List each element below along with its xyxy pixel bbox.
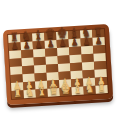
square-a1[interactable]: ♜: [12, 90, 24, 99]
board-frame: ♜♞♝♛♚♝♞♜♟♟♟♟♟♟♟♟♟♟♟♟♟♟♟♟♜♞♝♛♚♝♞♜: [3, 24, 113, 105]
square-b1[interactable]: ♞: [24, 89, 36, 98]
square-f1[interactable]: ♝: [71, 86, 83, 95]
square-g1[interactable]: ♞: [83, 86, 95, 95]
board-grid: ♜♞♝♛♚♝♞♜♟♟♟♟♟♟♟♟♟♟♟♟♟♟♟♟♜♞♝♛♚♝♞♜: [8, 29, 108, 99]
square-h1[interactable]: ♜: [95, 85, 107, 94]
square-d1[interactable]: ♛: [47, 88, 59, 97]
square-c1[interactable]: ♝: [35, 89, 47, 98]
photo-background: ♜♞♝♛♚♝♞♜♟♟♟♟♟♟♟♟♟♟♟♟♟♟♟♟♜♞♝♛♚♝♞♜: [0, 0, 120, 120]
chess-board: ♜♞♝♛♚♝♞♜♟♟♟♟♟♟♟♟♟♟♟♟♟♟♟♟♜♞♝♛♚♝♞♜: [3, 24, 113, 105]
square-e1[interactable]: ♚: [59, 87, 71, 96]
